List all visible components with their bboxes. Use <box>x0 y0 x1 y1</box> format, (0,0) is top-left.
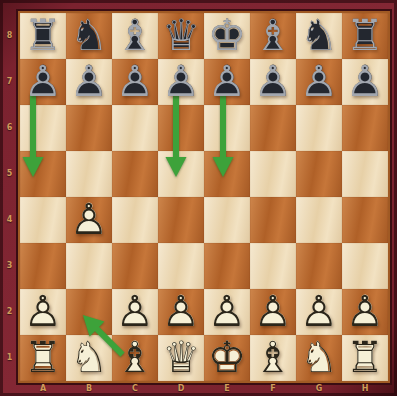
piece-line-layer: ♗ <box>250 334 296 380</box>
square-f3[interactable] <box>250 243 296 289</box>
piece-line-layer: ♙︎ <box>250 288 296 334</box>
square-b3[interactable] <box>66 243 112 289</box>
square-a4[interactable] <box>20 197 66 243</box>
rank-label-2: 2 <box>2 307 17 316</box>
white-pawn[interactable]: ♟︎♙︎ <box>250 289 296 335</box>
piece-line-layer: ♔ <box>204 334 250 380</box>
piece-line-layer: ♔ <box>204 12 250 58</box>
piece-line-layer: ♙︎ <box>250 58 296 104</box>
square-g4[interactable] <box>296 197 342 243</box>
piece-line-layer: ♖ <box>342 12 388 58</box>
piece-line-layer: ♘ <box>66 334 112 380</box>
piece-line-layer: ♘ <box>66 12 112 58</box>
rank-label-4: 4 <box>2 215 17 224</box>
piece-line-layer: ♙︎ <box>342 58 388 104</box>
white-rook[interactable]: ♜♖ <box>20 335 66 381</box>
file-label-b: B <box>66 384 112 393</box>
square-h5[interactable] <box>342 151 388 197</box>
rank-label-8: 8 <box>2 31 17 40</box>
square-a3[interactable] <box>20 243 66 289</box>
square-e5[interactable] <box>204 151 250 197</box>
square-d6[interactable] <box>158 105 204 151</box>
square-d4[interactable] <box>158 197 204 243</box>
rank-label-6: 6 <box>2 123 17 132</box>
square-d3[interactable] <box>158 243 204 289</box>
square-h6[interactable] <box>342 105 388 151</box>
square-a5[interactable] <box>20 151 66 197</box>
piece-line-layer: ♗ <box>250 12 296 58</box>
piece-line-layer: ♙︎ <box>204 288 250 334</box>
white-pawn[interactable]: ♟︎♙︎ <box>296 289 342 335</box>
white-rook[interactable]: ♜♖ <box>342 335 388 381</box>
rank-label-5: 5 <box>2 169 17 178</box>
piece-line-layer: ♙︎ <box>112 58 158 104</box>
piece-line-layer: ♘ <box>296 334 342 380</box>
square-a6[interactable] <box>20 105 66 151</box>
white-bishop[interactable]: ♝♗ <box>112 335 158 381</box>
piece-line-layer: ♙︎ <box>20 288 66 334</box>
piece-line-layer: ♙︎ <box>204 58 250 104</box>
white-knight[interactable]: ♞♘ <box>66 335 112 381</box>
piece-line-layer: ♖ <box>20 12 66 58</box>
black-pawn[interactable]: ♟︎♙︎ <box>342 59 388 105</box>
piece-line-layer: ♙︎ <box>66 196 112 242</box>
black-king[interactable]: ♚♔ <box>204 13 250 59</box>
black-pawn[interactable]: ♟︎♙︎ <box>66 59 112 105</box>
black-pawn[interactable]: ♟︎♙︎ <box>204 59 250 105</box>
file-label-f: F <box>250 384 296 393</box>
piece-line-layer: ♙︎ <box>20 58 66 104</box>
piece-line-layer: ♙︎ <box>342 288 388 334</box>
piece-line-layer: ♙︎ <box>112 288 158 334</box>
square-h3[interactable] <box>342 243 388 289</box>
white-bishop[interactable]: ♝♗ <box>250 335 296 381</box>
square-e3[interactable] <box>204 243 250 289</box>
file-label-d: D <box>158 384 204 393</box>
square-f4[interactable] <box>250 197 296 243</box>
piece-line-layer: ♙︎ <box>158 58 204 104</box>
piece-line-layer: ♙︎ <box>66 58 112 104</box>
black-bishop[interactable]: ♝♗ <box>112 13 158 59</box>
black-pawn[interactable]: ♟︎♙︎ <box>250 59 296 105</box>
black-rook[interactable]: ♜♖ <box>20 13 66 59</box>
square-d5[interactable] <box>158 151 204 197</box>
square-f5[interactable] <box>250 151 296 197</box>
chess-board-frame: ♜♖♞♘♝♗♛♕♚♔♝♗♞♘♜♖♟︎♙︎♟︎♙︎♟︎♙︎♟︎♙︎♟︎♙︎♟︎♙︎… <box>0 0 397 396</box>
piece-line-layer: ♙︎ <box>296 288 342 334</box>
square-f6[interactable] <box>250 105 296 151</box>
white-king[interactable]: ♚♔ <box>204 335 250 381</box>
square-g6[interactable] <box>296 105 342 151</box>
white-pawn[interactable]: ♟︎♙︎ <box>20 289 66 335</box>
black-pawn[interactable]: ♟︎♙︎ <box>296 59 342 105</box>
square-c4[interactable] <box>112 197 158 243</box>
rank-label-7: 7 <box>2 77 17 86</box>
black-rook[interactable]: ♜♖ <box>342 13 388 59</box>
piece-line-layer: ♖ <box>342 334 388 380</box>
file-label-a: A <box>20 384 66 393</box>
black-queen[interactable]: ♛♕ <box>158 13 204 59</box>
piece-line-layer: ♙︎ <box>158 288 204 334</box>
piece-line-layer: ♕ <box>158 12 204 58</box>
square-c5[interactable] <box>112 151 158 197</box>
square-g5[interactable] <box>296 151 342 197</box>
file-label-e: E <box>204 384 250 393</box>
square-c6[interactable] <box>112 105 158 151</box>
white-pawn[interactable]: ♟︎♙︎ <box>112 289 158 335</box>
white-pawn[interactable]: ♟︎♙︎ <box>204 289 250 335</box>
square-b2[interactable] <box>66 289 112 335</box>
black-pawn[interactable]: ♟︎♙︎ <box>158 59 204 105</box>
file-label-h: H <box>342 384 388 393</box>
white-queen[interactable]: ♛♕ <box>158 335 204 381</box>
square-h4[interactable] <box>342 197 388 243</box>
white-pawn[interactable]: ♟︎♙︎ <box>158 289 204 335</box>
piece-line-layer: ♙︎ <box>296 58 342 104</box>
rank-label-1: 1 <box>2 353 17 362</box>
rank-label-3: 3 <box>2 261 17 270</box>
square-g3[interactable] <box>296 243 342 289</box>
square-b5[interactable] <box>66 151 112 197</box>
black-pawn[interactable]: ♟︎♙︎ <box>112 59 158 105</box>
piece-line-layer: ♗ <box>112 12 158 58</box>
file-label-c: C <box>112 384 158 393</box>
square-c3[interactable] <box>112 243 158 289</box>
file-label-g: G <box>296 384 342 393</box>
white-knight[interactable]: ♞♘ <box>296 335 342 381</box>
black-knight[interactable]: ♞♘ <box>66 13 112 59</box>
square-e6[interactable] <box>204 105 250 151</box>
piece-line-layer: ♕ <box>158 334 204 380</box>
black-pawn[interactable]: ♟︎♙︎ <box>20 59 66 105</box>
white-pawn[interactable]: ♟︎♙︎ <box>66 197 112 243</box>
black-bishop[interactable]: ♝♗ <box>250 13 296 59</box>
black-knight[interactable]: ♞♘ <box>296 13 342 59</box>
piece-line-layer: ♘ <box>296 12 342 58</box>
piece-line-layer: ♖ <box>20 334 66 380</box>
white-pawn[interactable]: ♟︎♙︎ <box>342 289 388 335</box>
square-e4[interactable] <box>204 197 250 243</box>
square-b6[interactable] <box>66 105 112 151</box>
piece-line-layer: ♗ <box>112 334 158 380</box>
